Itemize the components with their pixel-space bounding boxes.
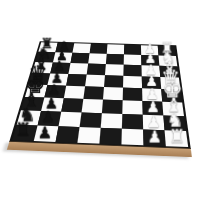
- square-g1: ♞: [163, 115, 186, 131]
- square-c6: [68, 63, 88, 75]
- black-rook: ♜: [12, 121, 34, 139]
- square-a2: ♟: [141, 45, 159, 55]
- square-f1: ♝: [162, 102, 184, 116]
- square-e6: [64, 86, 85, 99]
- square-f6: [61, 98, 83, 112]
- square-f2: ♟: [142, 101, 163, 115]
- square-d1: ♛: [160, 77, 180, 90]
- square-g5: [80, 112, 102, 127]
- square-h6: [56, 126, 80, 143]
- black-pawn: ♟: [55, 39, 72, 52]
- black-rook: ♜: [38, 37, 55, 51]
- white-bishop: ♝: [163, 96, 184, 115]
- square-a4: [107, 44, 124, 54]
- white-rook: ♜: [159, 41, 176, 56]
- square-e5: [83, 86, 104, 99]
- square-e3: [123, 88, 143, 101]
- square-a5: [90, 44, 108, 54]
- square-g2: ♟: [143, 115, 165, 131]
- square-c1: ♝: [159, 66, 178, 78]
- square-b7: ♟: [53, 52, 73, 63]
- square-e1: ♚: [161, 89, 182, 102]
- black-pawn: ♟: [41, 96, 61, 111]
- white-pawn: ♟: [143, 113, 164, 129]
- square-c2: ♟: [141, 65, 160, 77]
- square-b4: [106, 54, 124, 65]
- square-h8: ♜: [12, 125, 37, 141]
- square-e2: ♟: [142, 88, 162, 101]
- square-f5: [82, 99, 103, 113]
- square-e4: [103, 87, 123, 100]
- square-h7: ♟: [34, 125, 59, 141]
- square-b5: [88, 53, 107, 64]
- square-b3: [124, 54, 142, 65]
- square-h3: [121, 129, 143, 146]
- square-h2: ♟: [143, 129, 166, 146]
- chess-board: ♜♟♟♜♞♟♟♞♝♟♟♝♛♟♟♛♚♟♟♚♝♟♟♝♞♟♟♞♜♟♟♜: [9, 41, 191, 149]
- black-pawn: ♟: [34, 124, 56, 140]
- square-g3: [122, 114, 143, 129]
- square-g6: [59, 112, 82, 127]
- square-b2: ♟: [141, 55, 159, 66]
- square-d4: [104, 75, 123, 87]
- square-d3: [123, 76, 142, 88]
- square-a6: [72, 43, 90, 53]
- white-pawn: ♟: [143, 99, 163, 114]
- black-pawn: ♟: [47, 71, 66, 85]
- square-h5: [77, 127, 100, 144]
- square-f3: [122, 100, 143, 114]
- square-d7: ♟: [47, 73, 68, 85]
- square-a7: ♟: [55, 43, 74, 53]
- square-e7: ♟: [44, 85, 66, 98]
- square-c7: ♟: [50, 63, 70, 75]
- square-g7: ♟: [38, 111, 62, 126]
- square-d5: [85, 75, 105, 87]
- square-a1: ♜: [158, 46, 176, 56]
- square-d6: [66, 74, 86, 86]
- chess-set-photo: ♜♟♟♜♞♟♟♞♝♟♟♝♛♟♟♛♚♟♟♚♝♟♟♝♞♟♟♞♜♟♟♜: [0, 0, 200, 200]
- square-d2: ♟: [142, 76, 161, 89]
- square-b1: ♞: [159, 55, 178, 66]
- white-pawn: ♟: [141, 42, 158, 55]
- square-h1: ♜: [165, 130, 189, 147]
- square-c3: [123, 65, 141, 77]
- square-c4: [105, 64, 124, 76]
- square-b6: [70, 53, 89, 64]
- white-rook: ♜: [166, 127, 188, 146]
- square-h4: [99, 128, 121, 145]
- square-a3: [124, 45, 141, 55]
- white-pawn: ♟: [144, 129, 166, 145]
- square-f7: ♟: [41, 98, 64, 112]
- square-f4: [102, 100, 123, 114]
- square-g4: [101, 113, 123, 128]
- square-c5: [87, 64, 106, 76]
- black-pawn: ♟: [38, 110, 59, 126]
